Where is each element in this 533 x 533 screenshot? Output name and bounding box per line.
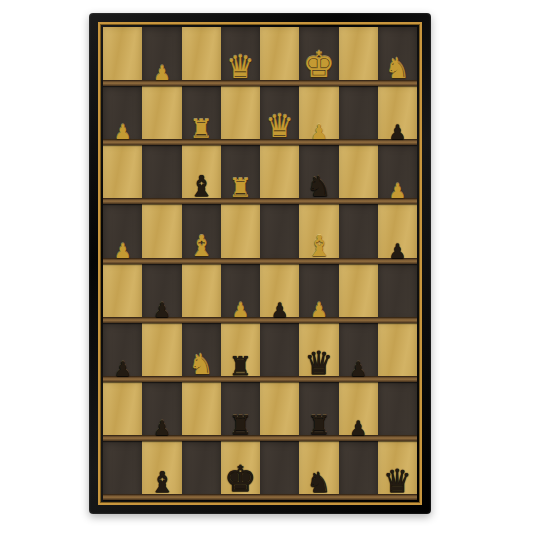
square-a2[interactable] [103, 382, 142, 441]
piece-gold-queen[interactable]: ♛ [265, 110, 294, 145]
square-d7[interactable] [221, 86, 260, 145]
square-a1[interactable] [103, 441, 142, 500]
square-d2[interactable]: ♜ [221, 382, 260, 441]
square-d4[interactable]: ♟ [221, 264, 260, 323]
square-h5[interactable]: ♟ [378, 204, 417, 263]
square-b8[interactable]: ♟ [142, 27, 181, 86]
piece-dark-queen[interactable]: ♛ [383, 465, 412, 500]
piece-dark-pawn[interactable]: ♟ [388, 241, 406, 264]
piece-dark-pawn[interactable]: ♟ [114, 359, 132, 382]
square-a4[interactable] [103, 264, 142, 323]
chess-board: ♟♛♚♞♟♜♛♟♟♝♜♞♟♟♝♝♟♟♟♟♟♟♞♜♛♟♟♜♜♟♝♚♞♛ [103, 27, 417, 500]
piece-dark-queen[interactable]: ♛ [305, 347, 334, 382]
square-a6[interactable] [103, 145, 142, 204]
product-photo-background: ♟♛♚♞♟♜♛♟♟♝♜♞♟♟♝♝♟♟♟♟♟♟♞♜♛♟♟♜♜♟♝♚♞♛ [0, 0, 533, 533]
row-shelf [103, 198, 417, 204]
square-c3[interactable]: ♞ [182, 323, 221, 382]
piece-dark-king[interactable]: ♚ [224, 461, 256, 500]
square-e5[interactable] [260, 204, 299, 263]
row-shelf [103, 317, 417, 323]
square-h6[interactable]: ♟ [378, 145, 417, 204]
square-f7[interactable]: ♟ [299, 86, 338, 145]
piece-dark-bishop[interactable]: ♝ [188, 172, 214, 204]
square-e8[interactable] [260, 27, 299, 86]
square-b4[interactable]: ♟ [142, 264, 181, 323]
square-g8[interactable] [339, 27, 378, 86]
square-g3[interactable]: ♟ [339, 323, 378, 382]
piece-dark-rook[interactable]: ♜ [229, 412, 252, 441]
square-g4[interactable] [339, 264, 378, 323]
square-e3[interactable] [260, 323, 299, 382]
square-f1[interactable]: ♞ [299, 441, 338, 500]
square-b5[interactable] [142, 204, 181, 263]
square-c5[interactable]: ♝ [182, 204, 221, 263]
square-b7[interactable] [142, 86, 181, 145]
square-c7[interactable]: ♜ [182, 86, 221, 145]
square-a5[interactable]: ♟ [103, 204, 142, 263]
square-f2[interactable]: ♜ [299, 382, 338, 441]
piece-gold-pawn[interactable]: ♟ [310, 122, 328, 145]
piece-dark-pawn[interactable]: ♟ [349, 359, 367, 382]
square-b1[interactable]: ♝ [142, 441, 181, 500]
piece-dark-knight[interactable]: ♞ [306, 469, 331, 500]
piece-gold-bishop[interactable]: ♝ [188, 232, 214, 264]
square-g5[interactable] [339, 204, 378, 263]
square-b3[interactable] [142, 323, 181, 382]
square-e7[interactable]: ♛ [260, 86, 299, 145]
square-a3[interactable]: ♟ [103, 323, 142, 382]
piece-gold-bishop[interactable]: ♝ [306, 232, 332, 264]
square-f5[interactable]: ♝ [299, 204, 338, 263]
square-f6[interactable]: ♞ [299, 145, 338, 204]
square-c2[interactable] [182, 382, 221, 441]
square-h8[interactable]: ♞ [378, 27, 417, 86]
piece-dark-pawn[interactable]: ♟ [153, 418, 171, 441]
piece-gold-knight[interactable]: ♞ [385, 55, 410, 86]
piece-dark-rook[interactable]: ♜ [229, 353, 252, 382]
piece-dark-knight[interactable]: ♞ [306, 173, 331, 204]
square-f8[interactable]: ♚ [299, 27, 338, 86]
piece-gold-pawn[interactable]: ♟ [388, 181, 406, 204]
piece-dark-rook[interactable]: ♜ [307, 412, 330, 441]
square-h2[interactable] [378, 382, 417, 441]
square-c8[interactable] [182, 27, 221, 86]
square-h7[interactable]: ♟ [378, 86, 417, 145]
square-e6[interactable] [260, 145, 299, 204]
chess-wall-frame: ♟♛♚♞♟♜♛♟♟♝♜♞♟♟♝♝♟♟♟♟♟♟♞♜♛♟♟♜♜♟♝♚♞♛ [89, 13, 431, 514]
piece-dark-pawn[interactable]: ♟ [349, 418, 367, 441]
square-c6[interactable]: ♝ [182, 145, 221, 204]
row-shelf [103, 376, 417, 382]
piece-dark-pawn[interactable]: ♟ [271, 300, 289, 323]
square-d6[interactable]: ♜ [221, 145, 260, 204]
piece-gold-knight[interactable]: ♞ [189, 351, 214, 382]
piece-dark-bishop[interactable]: ♝ [149, 468, 175, 500]
piece-gold-rook[interactable]: ♜ [189, 116, 212, 145]
square-c4[interactable] [182, 264, 221, 323]
piece-gold-king[interactable]: ♚ [303, 47, 335, 86]
square-g7[interactable] [339, 86, 378, 145]
square-h3[interactable] [378, 323, 417, 382]
piece-gold-pawn[interactable]: ♟ [153, 63, 171, 86]
piece-gold-pawn[interactable]: ♟ [231, 300, 249, 323]
square-d5[interactable] [221, 204, 260, 263]
row-shelf [103, 435, 417, 441]
piece-gold-pawn[interactable]: ♟ [114, 241, 132, 264]
square-a7[interactable]: ♟ [103, 86, 142, 145]
piece-gold-queen[interactable]: ♛ [226, 51, 255, 86]
piece-gold-pawn[interactable]: ♟ [310, 300, 328, 323]
square-e4[interactable]: ♟ [260, 264, 299, 323]
square-e1[interactable] [260, 441, 299, 500]
row-shelf [103, 258, 417, 264]
square-b2[interactable]: ♟ [142, 382, 181, 441]
square-b6[interactable] [142, 145, 181, 204]
square-f3[interactable]: ♛ [299, 323, 338, 382]
square-a8[interactable] [103, 27, 142, 86]
piece-gold-rook[interactable]: ♜ [229, 175, 252, 204]
square-c1[interactable] [182, 441, 221, 500]
square-g1[interactable] [339, 441, 378, 500]
row-shelf [103, 80, 417, 86]
square-d1[interactable]: ♚ [221, 441, 260, 500]
square-d3[interactable]: ♜ [221, 323, 260, 382]
square-g2[interactable]: ♟ [339, 382, 378, 441]
row-shelf [103, 139, 417, 145]
piece-dark-pawn[interactable]: ♟ [153, 300, 171, 323]
piece-gold-pawn[interactable]: ♟ [114, 122, 132, 145]
square-g6[interactable] [339, 145, 378, 204]
square-e2[interactable] [260, 382, 299, 441]
square-h4[interactable] [378, 264, 417, 323]
piece-dark-pawn[interactable]: ♟ [388, 122, 406, 145]
square-f4[interactable]: ♟ [299, 264, 338, 323]
square-d8[interactable]: ♛ [221, 27, 260, 86]
square-h1[interactable]: ♛ [378, 441, 417, 500]
